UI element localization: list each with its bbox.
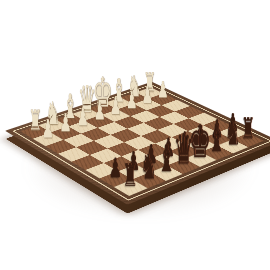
chess-board: ♜♞♝♚♛♝♞♜♟♟♟♟♟♟♟♟♟♟♟♟♟♟♟♟♜♞♝♚♛♝♞♜ bbox=[5, 82, 270, 205]
photo-stage: ♜♞♝♚♛♝♞♜♟♟♟♟♟♟♟♟♟♟♟♟♟♟♟♟♜♞♝♚♛♝♞♜ bbox=[0, 0, 270, 270]
board-frame: ♜♞♝♚♛♝♞♜♟♟♟♟♟♟♟♟♟♟♟♟♟♟♟♟♜♞♝♚♛♝♞♜ bbox=[5, 82, 270, 205]
board-scene: ♜♞♝♚♛♝♞♜♟♟♟♟♟♟♟♟♟♟♟♟♟♟♟♟♜♞♝♚♛♝♞♜ bbox=[0, 0, 270, 270]
board-grid: ♜♞♝♚♛♝♞♜♟♟♟♟♟♟♟♟♟♟♟♟♟♟♟♟♜♞♝♚♛♝♞♜ bbox=[21, 87, 264, 196]
